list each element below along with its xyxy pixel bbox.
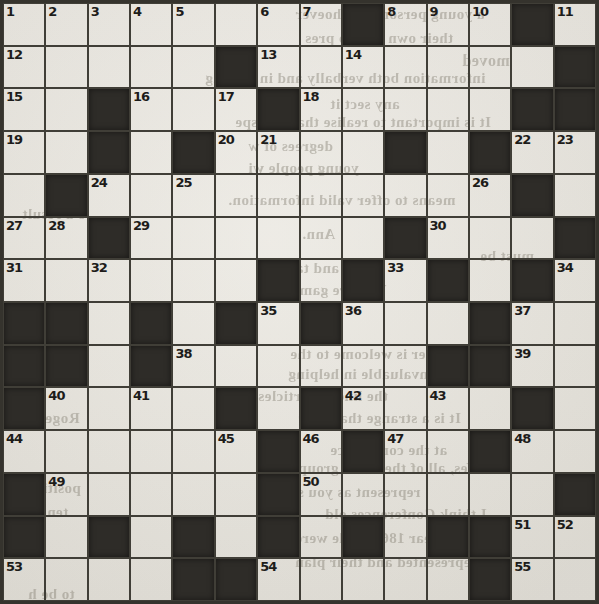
cell-r1c12[interactable]: 10 bbox=[469, 3, 511, 46]
cell-r6c3-black bbox=[88, 217, 130, 260]
cell-r12c3[interactable] bbox=[88, 473, 130, 516]
cell-r3c5[interactable] bbox=[172, 88, 214, 131]
cell-r11c13[interactable]: 48 bbox=[511, 430, 553, 473]
cell-r1c3[interactable]: 3 bbox=[88, 3, 130, 46]
cell-r3c7-black bbox=[257, 88, 299, 131]
clue-number: 32 bbox=[91, 260, 107, 275]
clue-number: 16 bbox=[133, 89, 149, 104]
cell-r1c4[interactable]: 4 bbox=[130, 3, 172, 46]
cell-r5c8[interactable] bbox=[300, 174, 342, 217]
cell-r13c14[interactable]: 52 bbox=[554, 516, 596, 559]
cell-r13c8[interactable] bbox=[300, 516, 342, 559]
cell-r5c7[interactable] bbox=[257, 174, 299, 217]
clue-number: 46 bbox=[303, 431, 319, 446]
cell-r10c8-black bbox=[300, 387, 342, 430]
cell-r5c3[interactable]: 24 bbox=[88, 174, 130, 217]
cell-r3c10[interactable] bbox=[384, 88, 426, 131]
cell-r3c1[interactable]: 15 bbox=[3, 88, 45, 131]
clue-number: 31 bbox=[6, 260, 22, 275]
cell-r2c13[interactable] bbox=[511, 46, 553, 89]
cell-r5c1[interactable] bbox=[3, 174, 45, 217]
cell-r9c11-black bbox=[427, 345, 469, 388]
cell-r12c5[interactable] bbox=[172, 473, 214, 516]
clue-number: 13 bbox=[260, 47, 276, 62]
cell-r7c7-black bbox=[257, 259, 299, 302]
cell-r12c12[interactable] bbox=[469, 473, 511, 516]
cell-r13c13[interactable]: 51 bbox=[511, 516, 553, 559]
cell-r14c3[interactable] bbox=[88, 558, 130, 601]
cell-r1c7[interactable]: 6 bbox=[257, 3, 299, 46]
cell-r8c5[interactable] bbox=[172, 302, 214, 345]
cell-r6c1[interactable]: 27 bbox=[3, 217, 45, 260]
cell-r1c2[interactable]: 2 bbox=[45, 3, 87, 46]
cell-r14c9[interactable] bbox=[342, 558, 384, 601]
cell-r10c6-black bbox=[215, 387, 257, 430]
cell-r9c13[interactable]: 39 bbox=[511, 345, 553, 388]
cell-r7c9-black bbox=[342, 259, 384, 302]
cell-r12c14-black bbox=[554, 473, 596, 516]
cell-r5c6[interactable] bbox=[215, 174, 257, 217]
cell-r3c2[interactable] bbox=[45, 88, 87, 131]
clue-number: 53 bbox=[6, 559, 22, 574]
cell-r2c11[interactable] bbox=[427, 46, 469, 89]
cell-r5c14[interactable] bbox=[554, 174, 596, 217]
cell-r14c2[interactable] bbox=[45, 558, 87, 601]
cell-r7c3[interactable]: 32 bbox=[88, 259, 130, 302]
cell-r10c13-black bbox=[511, 387, 553, 430]
clue-number: 1 bbox=[6, 4, 14, 19]
cell-r2c6-black bbox=[215, 46, 257, 89]
cell-r9c12-black bbox=[469, 345, 511, 388]
clue-number: 26 bbox=[472, 175, 488, 190]
cell-r7c13-black bbox=[511, 259, 553, 302]
cell-r13c12-black bbox=[469, 516, 511, 559]
cell-r8c1-black bbox=[3, 302, 45, 345]
clue-number: 9 bbox=[430, 4, 438, 19]
cell-r2c9[interactable]: 14 bbox=[342, 46, 384, 89]
cell-r8c6-black bbox=[215, 302, 257, 345]
cell-r1c14[interactable]: 11 bbox=[554, 3, 596, 46]
cell-r12c4[interactable] bbox=[130, 473, 172, 516]
cell-r7c8[interactable] bbox=[300, 259, 342, 302]
cell-r7c2[interactable] bbox=[45, 259, 87, 302]
cell-r2c7[interactable]: 13 bbox=[257, 46, 299, 89]
cell-r9c5[interactable]: 38 bbox=[172, 345, 214, 388]
cell-r13c6[interactable] bbox=[215, 516, 257, 559]
cell-r13c9-black bbox=[342, 516, 384, 559]
cell-r8c13[interactable]: 37 bbox=[511, 302, 553, 345]
clue-number: 23 bbox=[557, 132, 573, 147]
clue-number: 48 bbox=[514, 431, 530, 446]
cell-r5c12[interactable]: 26 bbox=[469, 174, 511, 217]
clue-number: 11 bbox=[557, 4, 573, 19]
cell-r12c7-black bbox=[257, 473, 299, 516]
cell-r10c3[interactable] bbox=[88, 387, 130, 430]
cell-r14c4[interactable] bbox=[130, 558, 172, 601]
clue-number: 22 bbox=[514, 132, 530, 147]
clue-number: 17 bbox=[218, 89, 234, 104]
cell-r7c12[interactable] bbox=[469, 259, 511, 302]
cell-r14c11[interactable] bbox=[427, 558, 469, 601]
clue-number: 12 bbox=[6, 47, 22, 62]
cell-r12c11[interactable] bbox=[427, 473, 469, 516]
cell-r14c14[interactable] bbox=[554, 558, 596, 601]
cell-r9c14[interactable] bbox=[554, 345, 596, 388]
cell-r5c2-black bbox=[45, 174, 87, 217]
cell-r4c7[interactable]: 21 bbox=[257, 131, 299, 174]
cell-r4c3-black bbox=[88, 131, 130, 174]
clue-number: 42 bbox=[345, 388, 361, 403]
clue-number: 10 bbox=[472, 4, 488, 19]
cell-r12c13[interactable] bbox=[511, 473, 553, 516]
cell-r3c3-black bbox=[88, 88, 130, 131]
cell-r11c10[interactable]: 47 bbox=[384, 430, 426, 473]
cell-r8c12-black bbox=[469, 302, 511, 345]
cell-r6c5[interactable] bbox=[172, 217, 214, 260]
cell-r7c11-black bbox=[427, 259, 469, 302]
cell-r2c1[interactable]: 12 bbox=[3, 46, 45, 89]
clue-number: 33 bbox=[387, 260, 403, 275]
cell-r1c8[interactable]: 7 bbox=[300, 3, 342, 46]
cell-r6c10-black bbox=[384, 217, 426, 260]
clue-number: 28 bbox=[48, 218, 64, 233]
clue-number: 4 bbox=[133, 4, 141, 19]
cell-r3c8[interactable]: 18 bbox=[300, 88, 342, 131]
cell-r2c14-black bbox=[554, 46, 596, 89]
clue-number: 39 bbox=[514, 346, 530, 361]
cell-r4c6[interactable]: 20 bbox=[215, 131, 257, 174]
cell-r4c1[interactable]: 19 bbox=[3, 131, 45, 174]
cell-r12c2[interactable]: 49 bbox=[45, 473, 87, 516]
clue-number: 29 bbox=[133, 218, 149, 233]
cell-r5c10[interactable] bbox=[384, 174, 426, 217]
cell-r3c13-black bbox=[511, 88, 553, 131]
cell-r12c6[interactable] bbox=[215, 473, 257, 516]
clue-number: 50 bbox=[303, 474, 319, 489]
clue-number: 2 bbox=[48, 4, 56, 19]
clue-number: 45 bbox=[218, 431, 234, 446]
cell-r11c6[interactable]: 45 bbox=[215, 430, 257, 473]
cell-r8c3[interactable] bbox=[88, 302, 130, 345]
cell-r10c2[interactable]: 40 bbox=[45, 387, 87, 430]
clue-number: 34 bbox=[557, 260, 573, 275]
cell-r9c7[interactable] bbox=[257, 345, 299, 388]
clue-number: 30 bbox=[430, 218, 446, 233]
cell-r5c9[interactable] bbox=[342, 174, 384, 217]
clue-number: 24 bbox=[91, 175, 107, 190]
cell-r13c7-black bbox=[257, 516, 299, 559]
cell-r8c9[interactable]: 36 bbox=[342, 302, 384, 345]
cell-r10c1-black bbox=[3, 387, 45, 430]
cell-r10c14[interactable] bbox=[554, 387, 596, 430]
cell-r11c1[interactable]: 44 bbox=[3, 430, 45, 473]
cell-r2c12[interactable] bbox=[469, 46, 511, 89]
cell-r6c9[interactable] bbox=[342, 217, 384, 260]
cell-r11c4[interactable] bbox=[130, 430, 172, 473]
cell-r5c11[interactable] bbox=[427, 174, 469, 217]
cell-r10c9[interactable]: 42 bbox=[342, 387, 384, 430]
cell-r7c6[interactable] bbox=[215, 259, 257, 302]
cell-r13c11-black bbox=[427, 516, 469, 559]
clue-number: 36 bbox=[345, 303, 361, 318]
cell-r5c5[interactable]: 25 bbox=[172, 174, 214, 217]
clue-number: 35 bbox=[260, 303, 276, 318]
cell-r11c9-black bbox=[342, 430, 384, 473]
crossword-grid: 1234567891011121314151617181920212223242… bbox=[0, 0, 599, 604]
cell-r14c13[interactable]: 55 bbox=[511, 558, 553, 601]
cell-r11c8[interactable]: 46 bbox=[300, 430, 342, 473]
cell-r3c4[interactable]: 16 bbox=[130, 88, 172, 131]
cell-r10c4[interactable]: 41 bbox=[130, 387, 172, 430]
cell-r13c10[interactable] bbox=[384, 516, 426, 559]
cell-r2c3[interactable] bbox=[88, 46, 130, 89]
cell-r11c12-black bbox=[469, 430, 511, 473]
cell-r14c12-black bbox=[469, 558, 511, 601]
cell-r14c5-black bbox=[172, 558, 214, 601]
cell-r12c10[interactable] bbox=[384, 473, 426, 516]
clue-number: 49 bbox=[48, 474, 64, 489]
cell-r3c12[interactable] bbox=[469, 88, 511, 131]
cell-r3c11[interactable] bbox=[427, 88, 469, 131]
cell-r8c8-black bbox=[300, 302, 342, 345]
cell-r14c1[interactable]: 53 bbox=[3, 558, 45, 601]
cell-r11c3[interactable] bbox=[88, 430, 130, 473]
cell-r14c10[interactable] bbox=[384, 558, 426, 601]
cell-r4c10-black bbox=[384, 131, 426, 174]
clue-number: 38 bbox=[175, 346, 191, 361]
cell-r9c2-black bbox=[45, 345, 87, 388]
cell-r7c1[interactable]: 31 bbox=[3, 259, 45, 302]
cell-r1c9-black bbox=[342, 3, 384, 46]
cell-r6c11[interactable]: 30 bbox=[427, 217, 469, 260]
cell-r6c7[interactable] bbox=[257, 217, 299, 260]
cell-r6c13[interactable] bbox=[511, 217, 553, 260]
cell-r4c11[interactable] bbox=[427, 131, 469, 174]
cell-r4c13[interactable]: 22 bbox=[511, 131, 553, 174]
cell-r8c2-black bbox=[45, 302, 87, 345]
cell-r2c4[interactable] bbox=[130, 46, 172, 89]
cell-r10c11[interactable]: 43 bbox=[427, 387, 469, 430]
clue-number: 54 bbox=[260, 559, 276, 574]
cell-r7c10[interactable]: 33 bbox=[384, 259, 426, 302]
clue-number: 8 bbox=[387, 4, 395, 19]
cell-r14c8[interactable] bbox=[300, 558, 342, 601]
cell-r8c14[interactable] bbox=[554, 302, 596, 345]
cell-r6c12[interactable] bbox=[469, 217, 511, 260]
cell-r1c6[interactable] bbox=[215, 3, 257, 46]
cell-r6c2[interactable]: 28 bbox=[45, 217, 87, 260]
cell-r10c10[interactable] bbox=[384, 387, 426, 430]
cell-r11c7-black bbox=[257, 430, 299, 473]
cell-r6c4[interactable]: 29 bbox=[130, 217, 172, 260]
cell-r6c14-black bbox=[554, 217, 596, 260]
cell-r3c6[interactable]: 17 bbox=[215, 88, 257, 131]
cell-r4c9[interactable] bbox=[342, 131, 384, 174]
cell-r6c8[interactable] bbox=[300, 217, 342, 260]
cell-r13c5-black bbox=[172, 516, 214, 559]
cell-r11c11[interactable] bbox=[427, 430, 469, 473]
cell-r9c8[interactable] bbox=[300, 345, 342, 388]
crossword-board: a young personage whoevertheir own way t… bbox=[0, 0, 599, 604]
clue-number: 5 bbox=[175, 4, 183, 19]
cell-r13c1-black bbox=[3, 516, 45, 559]
cell-r11c5[interactable] bbox=[172, 430, 214, 473]
cell-r9c10[interactable] bbox=[384, 345, 426, 388]
cell-r1c10[interactable]: 8 bbox=[384, 3, 426, 46]
cell-r1c1[interactable]: 1 bbox=[3, 3, 45, 46]
cell-r13c4[interactable] bbox=[130, 516, 172, 559]
clue-number: 37 bbox=[514, 303, 530, 318]
clue-number: 52 bbox=[557, 517, 573, 532]
clue-number: 18 bbox=[303, 89, 319, 104]
cell-r7c4[interactable] bbox=[130, 259, 172, 302]
cell-r10c5[interactable] bbox=[172, 387, 214, 430]
cell-r12c8[interactable]: 50 bbox=[300, 473, 342, 516]
cell-r4c14[interactable]: 23 bbox=[554, 131, 596, 174]
cell-r4c5-black bbox=[172, 131, 214, 174]
cell-r4c12-black bbox=[469, 131, 511, 174]
cell-r1c5[interactable]: 5 bbox=[172, 3, 214, 46]
cell-r4c2[interactable] bbox=[45, 131, 87, 174]
clue-number: 14 bbox=[345, 47, 361, 62]
cell-r5c4[interactable] bbox=[130, 174, 172, 217]
clue-number: 27 bbox=[6, 218, 22, 233]
cell-r9c3[interactable] bbox=[88, 345, 130, 388]
clue-number: 20 bbox=[218, 132, 234, 147]
cell-r8c11[interactable] bbox=[427, 302, 469, 345]
clue-number: 40 bbox=[48, 388, 64, 403]
cell-r4c4[interactable] bbox=[130, 131, 172, 174]
cell-r4c8[interactable] bbox=[300, 131, 342, 174]
clue-number: 43 bbox=[430, 388, 446, 403]
cell-r6c6[interactable] bbox=[215, 217, 257, 260]
clue-number: 6 bbox=[260, 4, 268, 19]
cell-r11c14[interactable] bbox=[554, 430, 596, 473]
cell-r9c4-black bbox=[130, 345, 172, 388]
cell-r8c10[interactable] bbox=[384, 302, 426, 345]
clue-number: 7 bbox=[303, 4, 311, 19]
cell-r9c6[interactable] bbox=[215, 345, 257, 388]
cell-r9c1-black bbox=[3, 345, 45, 388]
cell-r12c9[interactable] bbox=[342, 473, 384, 516]
cell-r1c11[interactable]: 9 bbox=[427, 3, 469, 46]
cell-r14c7[interactable]: 54 bbox=[257, 558, 299, 601]
cell-r2c2[interactable] bbox=[45, 46, 87, 89]
cell-r5c13-black bbox=[511, 174, 553, 217]
clue-number: 19 bbox=[6, 132, 22, 147]
clue-number: 21 bbox=[260, 132, 276, 147]
clue-number: 55 bbox=[514, 559, 530, 574]
clue-number: 44 bbox=[6, 431, 22, 446]
clue-number: 3 bbox=[91, 4, 99, 19]
cell-r13c3-black bbox=[88, 516, 130, 559]
cell-r10c7[interactable] bbox=[257, 387, 299, 430]
clue-number: 25 bbox=[175, 175, 191, 190]
cell-r7c14[interactable]: 34 bbox=[554, 259, 596, 302]
cell-r1c13-black bbox=[511, 3, 553, 46]
cell-r2c8[interactable] bbox=[300, 46, 342, 89]
cell-r7c5[interactable] bbox=[172, 259, 214, 302]
clue-number: 51 bbox=[514, 517, 530, 532]
cell-r8c7[interactable]: 35 bbox=[257, 302, 299, 345]
cell-r13c2[interactable] bbox=[45, 516, 87, 559]
cell-r2c10[interactable] bbox=[384, 46, 426, 89]
cell-r8c4-black bbox=[130, 302, 172, 345]
cell-r10c12[interactable] bbox=[469, 387, 511, 430]
cell-r9c9[interactable] bbox=[342, 345, 384, 388]
cell-r3c14-black bbox=[554, 88, 596, 131]
cell-r11c2[interactable] bbox=[45, 430, 87, 473]
clue-number: 41 bbox=[133, 388, 149, 403]
cell-r3c9[interactable] bbox=[342, 88, 384, 131]
cell-r2c5[interactable] bbox=[172, 46, 214, 89]
cell-r12c1-black bbox=[3, 473, 45, 516]
cell-r14c6-black bbox=[215, 558, 257, 601]
clue-number: 47 bbox=[387, 431, 403, 446]
clue-number: 15 bbox=[6, 89, 22, 104]
